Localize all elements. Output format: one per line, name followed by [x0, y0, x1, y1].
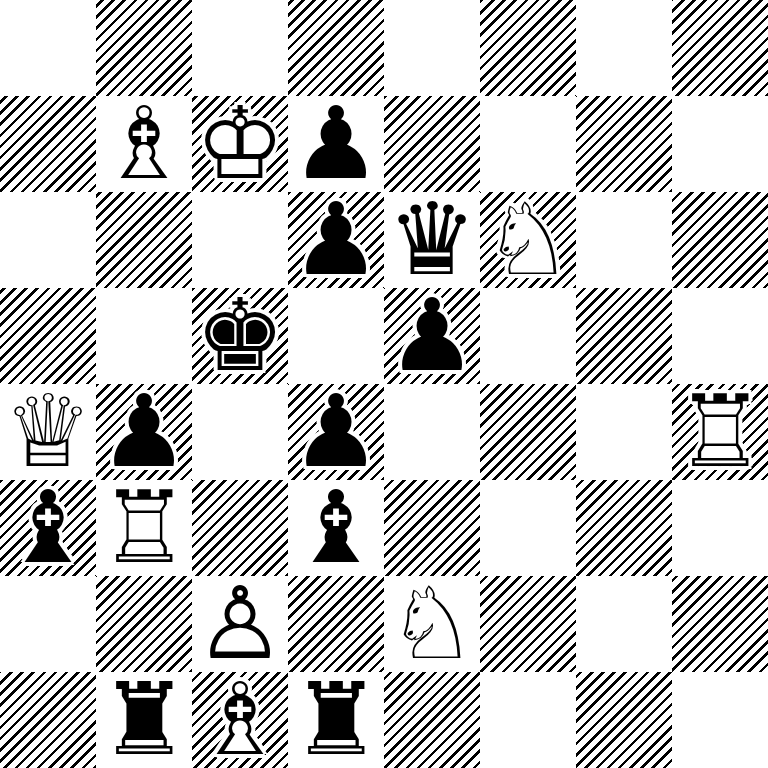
square-g7[interactable]: [576, 96, 672, 192]
square-c3[interactable]: [192, 480, 288, 576]
square-c8[interactable]: [192, 0, 288, 96]
square-b4[interactable]: ♟♟: [96, 384, 192, 480]
square-e6[interactable]: ♛♛: [384, 192, 480, 288]
black-pawn-piece[interactable]: ♟♟: [96, 384, 192, 480]
square-f6[interactable]: ♞♘: [480, 192, 576, 288]
piece-glyph: ♗: [96, 96, 192, 192]
piece-glyph: ♗: [192, 672, 288, 768]
square-h4[interactable]: ♜♖: [672, 384, 768, 480]
square-h3[interactable]: [672, 480, 768, 576]
square-f8[interactable]: [480, 0, 576, 96]
square-e1[interactable]: [384, 672, 480, 768]
white-rook-piece[interactable]: ♜♖: [96, 480, 192, 576]
piece-glyph: ♙: [192, 576, 288, 672]
square-d8[interactable]: [288, 0, 384, 96]
square-c5[interactable]: ♚♚: [192, 288, 288, 384]
square-e5[interactable]: ♟♟: [384, 288, 480, 384]
square-g6[interactable]: [576, 192, 672, 288]
piece-glyph: ♟: [288, 192, 384, 288]
square-c7[interactable]: ♚♔: [192, 96, 288, 192]
piece-glyph: ♜: [288, 672, 384, 768]
square-b5[interactable]: [96, 288, 192, 384]
square-a8[interactable]: [0, 0, 96, 96]
square-g8[interactable]: [576, 0, 672, 96]
square-c1[interactable]: ♝♗: [192, 672, 288, 768]
square-d3[interactable]: ♝♝: [288, 480, 384, 576]
piece-glyph: ♖: [672, 384, 768, 480]
black-pawn-piece[interactable]: ♟♟: [288, 192, 384, 288]
square-f7[interactable]: [480, 96, 576, 192]
square-a5[interactable]: [0, 288, 96, 384]
piece-glyph: ♝: [0, 480, 96, 576]
square-c4[interactable]: [192, 384, 288, 480]
piece-glyph: ♛: [384, 192, 480, 288]
black-bishop-piece[interactable]: ♝♝: [288, 480, 384, 576]
black-pawn-piece[interactable]: ♟♟: [384, 288, 480, 384]
square-e7[interactable]: [384, 96, 480, 192]
square-b1[interactable]: ♜♜: [96, 672, 192, 768]
square-h1[interactable]: [672, 672, 768, 768]
square-d4[interactable]: ♟♟: [288, 384, 384, 480]
piece-glyph: ♟: [288, 96, 384, 192]
square-h6[interactable]: [672, 192, 768, 288]
black-pawn-piece[interactable]: ♟♟: [288, 384, 384, 480]
square-a3[interactable]: ♝♝: [0, 480, 96, 576]
piece-glyph: ♝: [288, 480, 384, 576]
square-g2[interactable]: [576, 576, 672, 672]
square-f2[interactable]: [480, 576, 576, 672]
piece-glyph: ♘: [384, 576, 480, 672]
white-knight-piece[interactable]: ♞♘: [480, 192, 576, 288]
square-g4[interactable]: [576, 384, 672, 480]
white-rook-piece[interactable]: ♜♖: [672, 384, 768, 480]
piece-glyph: ♟: [96, 384, 192, 480]
square-a1[interactable]: [0, 672, 96, 768]
square-b6[interactable]: [96, 192, 192, 288]
square-d6[interactable]: ♟♟: [288, 192, 384, 288]
white-bishop-piece[interactable]: ♝♗: [96, 96, 192, 192]
square-a4[interactable]: ♛♕: [0, 384, 96, 480]
piece-glyph: ♔: [192, 96, 288, 192]
square-d1[interactable]: ♜♜: [288, 672, 384, 768]
black-king-piece[interactable]: ♚♚: [192, 288, 288, 384]
piece-glyph: ♖: [96, 480, 192, 576]
white-queen-piece[interactable]: ♛♕: [0, 384, 96, 480]
piece-glyph: ♜: [96, 672, 192, 768]
piece-glyph: ♚: [192, 288, 288, 384]
square-h2[interactable]: [672, 576, 768, 672]
piece-glyph: ♟: [288, 384, 384, 480]
square-b3[interactable]: ♜♖: [96, 480, 192, 576]
square-e3[interactable]: [384, 480, 480, 576]
square-a2[interactable]: [0, 576, 96, 672]
square-d7[interactable]: ♟♟: [288, 96, 384, 192]
square-b2[interactable]: [96, 576, 192, 672]
square-b7[interactable]: ♝♗: [96, 96, 192, 192]
square-f1[interactable]: [480, 672, 576, 768]
square-f5[interactable]: [480, 288, 576, 384]
white-knight-piece[interactable]: ♞♘: [384, 576, 480, 672]
black-pawn-piece[interactable]: ♟♟: [288, 96, 384, 192]
chess-diagram: ♝♗♚♔♟♟♟♟♛♛♞♘♚♚♟♟♛♕♟♟♟♟♜♖♝♝♜♖♝♝♟♙♞♘♜♜♝♗♜♜: [0, 0, 768, 768]
square-f3[interactable]: [480, 480, 576, 576]
square-h8[interactable]: [672, 0, 768, 96]
white-pawn-piece[interactable]: ♟♙: [192, 576, 288, 672]
square-e8[interactable]: [384, 0, 480, 96]
piece-glyph: ♟: [384, 288, 480, 384]
square-a7[interactable]: [0, 96, 96, 192]
square-g3[interactable]: [576, 480, 672, 576]
white-bishop-piece[interactable]: ♝♗: [192, 672, 288, 768]
square-c6[interactable]: [192, 192, 288, 288]
square-e4[interactable]: [384, 384, 480, 480]
square-b8[interactable]: [96, 0, 192, 96]
square-c2[interactable]: ♟♙: [192, 576, 288, 672]
square-d2[interactable]: [288, 576, 384, 672]
square-h7[interactable]: [672, 96, 768, 192]
square-f4[interactable]: [480, 384, 576, 480]
square-e2[interactable]: ♞♘: [384, 576, 480, 672]
chess-board: ♝♗♚♔♟♟♟♟♛♛♞♘♚♚♟♟♛♕♟♟♟♟♜♖♝♝♜♖♝♝♟♙♞♘♜♜♝♗♜♜: [0, 0, 768, 768]
black-rook-piece[interactable]: ♜♜: [96, 672, 192, 768]
white-king-piece[interactable]: ♚♔: [192, 96, 288, 192]
piece-glyph: ♘: [480, 192, 576, 288]
square-d5[interactable]: [288, 288, 384, 384]
piece-glyph: ♕: [0, 384, 96, 480]
black-bishop-piece[interactable]: ♝♝: [0, 480, 96, 576]
square-h5[interactable]: [672, 288, 768, 384]
square-g1[interactable]: [576, 672, 672, 768]
black-queen-piece[interactable]: ♛♛: [384, 192, 480, 288]
square-a6[interactable]: [0, 192, 96, 288]
black-rook-piece[interactable]: ♜♜: [288, 672, 384, 768]
square-g5[interactable]: [576, 288, 672, 384]
